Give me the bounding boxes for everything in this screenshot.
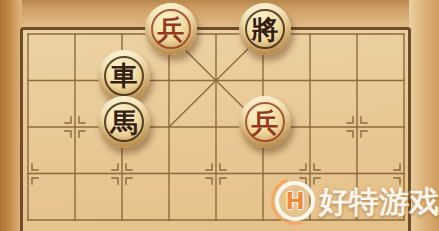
- piece-glyph: 車: [111, 62, 138, 89]
- board-grid: [0, 0, 439, 231]
- piece-glyph: 兵: [158, 16, 185, 43]
- piece-black-chariot[interactable]: 車: [98, 50, 150, 102]
- piece-glyph: 兵: [252, 109, 279, 136]
- xiangqi-board-screenshot: 兵將車馬兵 H 好特游戏: [0, 0, 439, 231]
- piece-red-soldier[interactable]: 兵: [239, 96, 291, 148]
- piece-glyph: 將: [252, 16, 279, 43]
- piece-red-soldier[interactable]: 兵: [145, 3, 197, 55]
- piece-black-general[interactable]: 將: [239, 3, 291, 55]
- piece-black-horse[interactable]: 馬: [98, 96, 150, 148]
- piece-glyph: 馬: [111, 109, 138, 136]
